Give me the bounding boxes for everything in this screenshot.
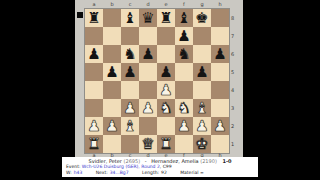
file-label-e: e: [157, 1, 175, 8]
white-queen: ♛: [139, 135, 157, 153]
square-b1[interactable]: [103, 135, 121, 153]
white-pawn: ♟: [121, 99, 139, 117]
square-g2[interactable]: ♟: [193, 117, 211, 135]
square-b4[interactable]: [103, 81, 121, 99]
square-e2[interactable]: [157, 117, 175, 135]
square-g3[interactable]: ♝: [193, 99, 211, 117]
next-move-value[interactable]: 34...Bg7: [110, 170, 129, 175]
chessboard-panel: abcdefgh ♜♝♛♜♝♚♟♟♞♟♞♟♟♟♟♟♟♟♟♞♞♝♟♟♝♟♟♟♜♛♜…: [75, 0, 243, 157]
chessboard: ♜♝♛♜♝♚♟♟♞♟♞♟♟♟♟♟♟♟♟♞♞♝♟♟♝♟♟♟♜♛♜♚: [85, 9, 229, 153]
square-e8[interactable]: ♜: [157, 9, 175, 27]
white-knight: ♞: [157, 99, 175, 117]
square-g5[interactable]: ♟: [193, 63, 211, 81]
file-label-d: d: [139, 1, 157, 8]
square-a6[interactable]: ♟: [85, 45, 103, 63]
square-c8[interactable]: ♝: [121, 9, 139, 27]
square-g6[interactable]: [193, 45, 211, 63]
square-f1[interactable]: [175, 135, 193, 153]
square-c4[interactable]: [121, 81, 139, 99]
square-a1[interactable]: ♜: [85, 135, 103, 153]
w-label: W:: [66, 170, 72, 175]
square-a4[interactable]: [85, 81, 103, 99]
square-f3[interactable]: ♞: [175, 99, 193, 117]
status-line: W:h43 Next:34...Bg7 Length:92 Material =: [62, 170, 258, 176]
square-d7[interactable]: [139, 27, 157, 45]
rank-label-7: 7: [231, 27, 239, 45]
white-bishop: ♝: [193, 99, 211, 117]
side-to-move-indicator: [77, 12, 83, 18]
length-label: Length:: [142, 170, 159, 175]
square-b8[interactable]: [103, 9, 121, 27]
eco-code: C99: [163, 164, 172, 169]
rank-label-8: 8: [231, 9, 239, 27]
black-rook: ♜: [85, 9, 103, 27]
square-f5[interactable]: [175, 63, 193, 81]
white-pawn: ♟: [103, 117, 121, 135]
black-bishop: ♝: [175, 9, 193, 27]
square-d8[interactable]: ♛: [139, 9, 157, 27]
black-pawn: ♟: [85, 45, 103, 63]
square-h7[interactable]: [211, 27, 229, 45]
square-h5[interactable]: [211, 63, 229, 81]
white-pawn: ♟: [175, 117, 193, 135]
square-f2[interactable]: ♟: [175, 117, 193, 135]
black-pawn: ♟: [121, 63, 139, 81]
rank-label-1: 1: [231, 135, 239, 153]
white-knight: ♞: [175, 99, 193, 117]
square-c2[interactable]: ♝: [121, 117, 139, 135]
square-h4[interactable]: [211, 81, 229, 99]
square-f8[interactable]: ♝: [175, 9, 193, 27]
file-label-h: h: [211, 1, 229, 8]
square-d6[interactable]: ♟: [139, 45, 157, 63]
event-link[interactable]: Wch-U26 Duisburg (GER), Round 2: [82, 164, 160, 169]
square-d1[interactable]: ♛: [139, 135, 157, 153]
next-move-label: Next:: [96, 170, 108, 175]
w-value: h43: [74, 170, 83, 175]
white-bishop: ♝: [121, 117, 139, 135]
rank-label-2: 2: [231, 117, 239, 135]
square-a3[interactable]: [85, 99, 103, 117]
game-result: 1-0: [222, 158, 231, 164]
square-e4[interactable]: ♟: [157, 81, 175, 99]
square-h1[interactable]: [211, 135, 229, 153]
square-g4[interactable]: [193, 81, 211, 99]
file-label-g: g: [193, 1, 211, 8]
black-pawn: ♟: [211, 45, 229, 63]
white-rook: ♜: [157, 135, 175, 153]
rank-label-6: 6: [231, 45, 239, 63]
white-pawn: ♟: [139, 99, 157, 117]
square-f4[interactable]: [175, 81, 193, 99]
white-pawn: ♟: [85, 117, 103, 135]
file-label-b: b: [103, 1, 121, 8]
black-pawn: ♟: [103, 63, 121, 81]
white-pawn: ♟: [193, 117, 211, 135]
square-b2[interactable]: ♟: [103, 117, 121, 135]
square-h8[interactable]: [211, 9, 229, 27]
square-b6[interactable]: [103, 45, 121, 63]
square-e5[interactable]: ♟: [157, 63, 175, 81]
square-d4[interactable]: [139, 81, 157, 99]
square-f7[interactable]: ♟: [175, 27, 193, 45]
black-pawn: ♟: [157, 63, 175, 81]
square-b7[interactable]: [103, 27, 121, 45]
square-b3[interactable]: [103, 99, 121, 117]
square-e6[interactable]: [157, 45, 175, 63]
square-c6[interactable]: ♞: [121, 45, 139, 63]
white-king: ♚: [193, 135, 211, 153]
square-h2[interactable]: ♟: [211, 117, 229, 135]
black-player-rating: (2190): [200, 158, 217, 164]
file-label-c: c: [121, 1, 139, 8]
square-c7[interactable]: [121, 27, 139, 45]
rank-label-4: 4: [231, 81, 239, 99]
black-rook: ♜: [157, 9, 175, 27]
square-h6[interactable]: ♟: [211, 45, 229, 63]
black-knight: ♞: [121, 45, 139, 63]
square-e1[interactable]: ♜: [157, 135, 175, 153]
black-king: ♚: [193, 9, 211, 27]
square-a8[interactable]: ♜: [85, 9, 103, 27]
square-g8[interactable]: ♚: [193, 9, 211, 27]
rank-labels: 87654321: [231, 9, 239, 153]
square-e7[interactable]: [157, 27, 175, 45]
square-d2[interactable]: [139, 117, 157, 135]
black-bishop: ♝: [121, 9, 139, 27]
square-c1[interactable]: [121, 135, 139, 153]
length-value: 92: [161, 170, 167, 175]
white-rook: ♜: [85, 135, 103, 153]
event-label: Event:: [66, 164, 80, 169]
rank-label-5: 5: [231, 63, 239, 81]
square-f6[interactable]: ♞: [175, 45, 193, 63]
square-c5[interactable]: ♟: [121, 63, 139, 81]
black-queen: ♛: [139, 9, 157, 27]
caption-panel: Svidler, Peter (2695) - Hernandez, Ameli…: [62, 157, 258, 177]
square-h3[interactable]: [211, 99, 229, 117]
square-e3[interactable]: ♞: [157, 99, 175, 117]
file-label-f: f: [175, 1, 193, 8]
square-b5[interactable]: ♟: [103, 63, 121, 81]
black-knight: ♞: [175, 45, 193, 63]
square-g7[interactable]: [193, 27, 211, 45]
square-c3[interactable]: ♟: [121, 99, 139, 117]
black-pawn: ♟: [175, 27, 193, 45]
file-labels-top: abcdefgh: [85, 1, 229, 8]
square-a7[interactable]: [85, 27, 103, 45]
white-pawn: ♟: [211, 117, 229, 135]
square-d5[interactable]: [139, 63, 157, 81]
white-pawn: ♟: [157, 81, 175, 99]
black-pawn: ♟: [139, 45, 157, 63]
video-frame: abcdefgh ♜♝♛♜♝♚♟♟♞♟♞♟♟♟♟♟♟♟♟♞♞♝♟♟♝♟♟♟♜♛♜…: [62, 0, 258, 180]
file-label-a: a: [85, 1, 103, 8]
rank-label-3: 3: [231, 99, 239, 117]
square-g1[interactable]: ♚: [193, 135, 211, 153]
black-pawn: ♟: [193, 63, 211, 81]
square-a2[interactable]: ♟: [85, 117, 103, 135]
square-a5[interactable]: [85, 63, 103, 81]
square-d3[interactable]: ♟: [139, 99, 157, 117]
material-status: Material =: [180, 170, 203, 175]
